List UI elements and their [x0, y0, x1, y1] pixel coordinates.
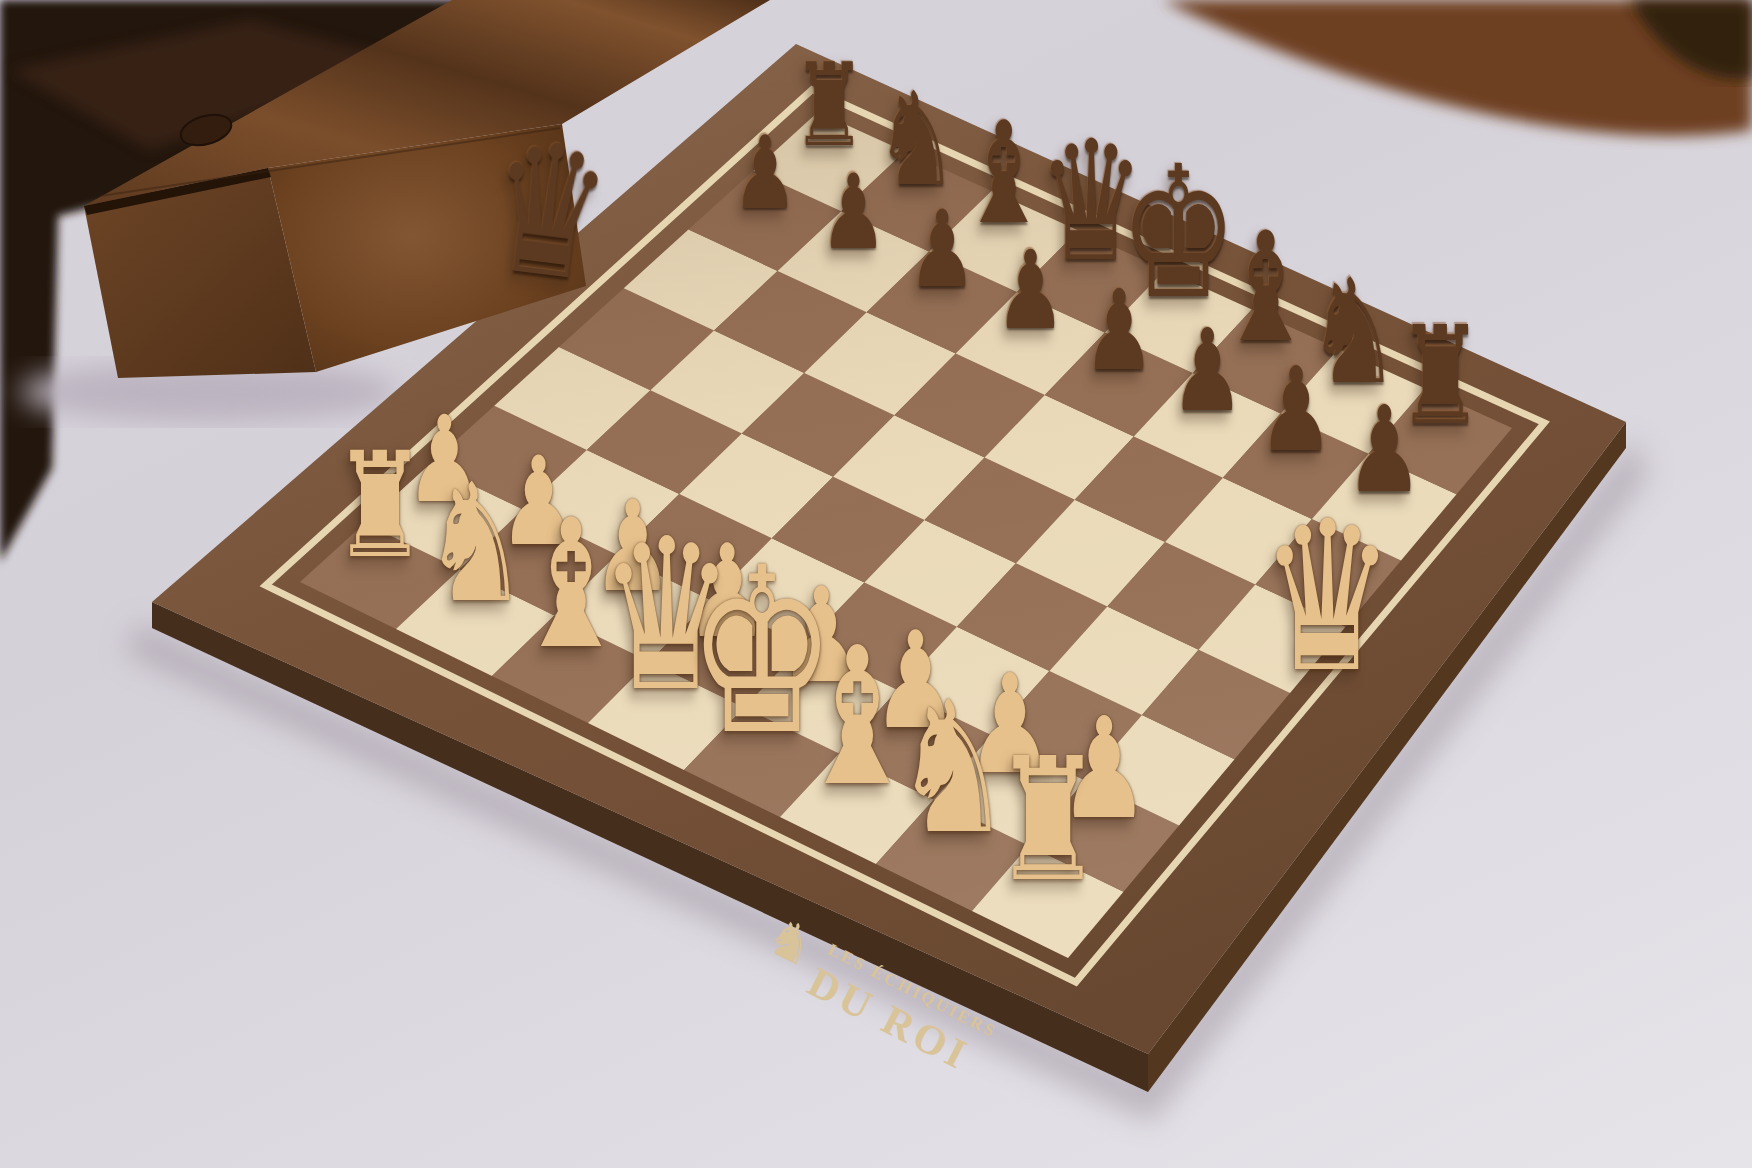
- piece-black-queen-spare-offboard[interactable]: ♛: [480, 115, 619, 309]
- piece-black-pawn-e7[interactable]: ♟: [1083, 275, 1155, 386]
- piece-black-pawn-d7[interactable]: ♟: [995, 237, 1066, 346]
- piece-white-rook-a1[interactable]: ♜: [333, 433, 428, 579]
- piece-white-queen-h5[interactable]: ♛: [1260, 494, 1395, 701]
- chess-set-photo-scene: ♞ LES ÉCHIQUIERS DU ROI ♜♞♝♛♚♝♞♜♟♟♟♟♟♟♟♟…: [0, 0, 1752, 1168]
- piece-black-pawn-a7[interactable]: ♟: [732, 122, 798, 223]
- piece-black-pawn-c7[interactable]: ♟: [908, 199, 977, 305]
- piece-black-pawn-b7[interactable]: ♟: [820, 160, 887, 264]
- piece-black-pawn-g7[interactable]: ♟: [1258, 352, 1334, 468]
- piece-black-rook-a8[interactable]: ♜: [792, 49, 867, 164]
- piece-black-knight-b8[interactable]: ♞: [875, 75, 959, 204]
- piece-white-rook-h1[interactable]: ♜: [993, 735, 1103, 905]
- piece-black-pawn-f7[interactable]: ♟: [1171, 314, 1245, 428]
